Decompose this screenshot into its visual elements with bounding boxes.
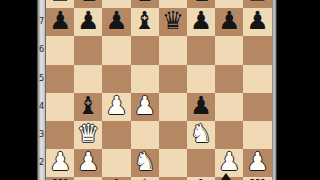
- square-h7[interactable]: ♟: [243, 8, 271, 36]
- square-c2[interactable]: [102, 149, 130, 177]
- square-b4[interactable]: ♝: [74, 93, 102, 121]
- square-e5[interactable]: [159, 65, 187, 93]
- white-knight[interactable]: ♞: [190, 120, 212, 148]
- square-c1[interactable]: ♝: [102, 177, 130, 180]
- square-a3[interactable]: [46, 121, 74, 149]
- black-pawn[interactable]: ♟: [190, 7, 212, 35]
- square-f3[interactable]: ♞: [187, 121, 215, 149]
- square-e3[interactable]: [159, 121, 187, 149]
- rank-label-5: 5: [38, 65, 45, 93]
- white-king[interactable]: ♚: [133, 176, 155, 180]
- rank-coordinate-strip: 87654321: [37, 0, 46, 180]
- square-d4[interactable]: ♟: [131, 93, 159, 121]
- square-d7[interactable]: ♝: [131, 8, 159, 36]
- black-bishop[interactable]: ♝: [133, 7, 155, 35]
- square-g4[interactable]: [215, 93, 243, 121]
- square-a5[interactable]: [46, 65, 74, 93]
- white-bishop[interactable]: ♝: [190, 176, 212, 180]
- rank-label-8: 8: [38, 0, 45, 8]
- black-rook[interactable]: ♜: [49, 0, 71, 7]
- white-rook[interactable]: ♜: [246, 176, 268, 180]
- screenshot-stage: ♜♞♚♞♜♟♟♟♝♛♟♟♟♝♟♟♟♛♞♟♟♞♟♟♜♝♚♝♜ 87654321: [0, 0, 320, 180]
- square-h8[interactable]: ♜: [243, 0, 271, 8]
- white-pawn[interactable]: ♟: [77, 148, 99, 176]
- square-f4[interactable]: ♟: [187, 93, 215, 121]
- square-e1[interactable]: [159, 177, 187, 180]
- square-a1[interactable]: ♜: [46, 177, 74, 180]
- square-g5[interactable]: [215, 65, 243, 93]
- black-king[interactable]: ♚: [133, 0, 155, 7]
- square-a6[interactable]: [46, 36, 74, 64]
- black-knight[interactable]: ♞: [77, 0, 99, 7]
- square-f1[interactable]: ♝: [187, 177, 215, 180]
- square-e8[interactable]: [159, 0, 187, 8]
- square-h6[interactable]: [243, 36, 271, 64]
- black-pawn[interactable]: ♟: [246, 7, 268, 35]
- right-border-strip: [272, 0, 277, 180]
- rank-label-6: 6: [38, 36, 45, 64]
- rank-label-4: 4: [38, 93, 45, 121]
- square-a4[interactable]: [46, 93, 74, 121]
- square-b3[interactable]: ♛: [74, 121, 102, 149]
- square-b1[interactable]: [74, 177, 102, 180]
- white-knight[interactable]: ♞: [133, 148, 155, 176]
- square-e4[interactable]: [159, 93, 187, 121]
- white-pawn[interactable]: ♟: [133, 91, 155, 119]
- rank-label-2: 2: [38, 149, 45, 177]
- black-pawn[interactable]: ♟: [190, 91, 212, 119]
- square-b7[interactable]: ♟: [74, 8, 102, 36]
- square-f7[interactable]: ♟: [187, 8, 215, 36]
- cursor-artifact: [221, 173, 231, 180]
- square-c6[interactable]: [102, 36, 130, 64]
- white-pawn[interactable]: ♟: [246, 148, 268, 176]
- square-c4[interactable]: ♟: [102, 93, 130, 121]
- black-pawn[interactable]: ♟: [77, 7, 99, 35]
- square-f6[interactable]: [187, 36, 215, 64]
- black-queen[interactable]: ♛: [162, 7, 184, 35]
- square-g8[interactable]: [215, 0, 243, 8]
- square-f8[interactable]: ♞: [187, 0, 215, 8]
- square-e2[interactable]: [159, 149, 187, 177]
- square-h2[interactable]: ♟: [243, 149, 271, 177]
- rank-label-1: 1: [38, 177, 45, 180]
- square-c7[interactable]: ♟: [102, 8, 130, 36]
- black-knight[interactable]: ♞: [190, 0, 212, 7]
- white-bishop[interactable]: ♝: [105, 176, 127, 180]
- square-f2[interactable]: [187, 149, 215, 177]
- square-g3[interactable]: [215, 121, 243, 149]
- square-e6[interactable]: [159, 36, 187, 64]
- square-h3[interactable]: [243, 121, 271, 149]
- square-e7[interactable]: ♛: [159, 8, 187, 36]
- square-d8[interactable]: ♚: [131, 0, 159, 8]
- square-h1[interactable]: ♜: [243, 177, 271, 180]
- square-g7[interactable]: ♟: [215, 8, 243, 36]
- square-b2[interactable]: ♟: [74, 149, 102, 177]
- black-rook[interactable]: ♜: [246, 0, 268, 7]
- square-g6[interactable]: [215, 36, 243, 64]
- square-d2[interactable]: ♞: [131, 149, 159, 177]
- white-pawn[interactable]: ♟: [218, 148, 240, 176]
- square-a8[interactable]: ♜: [46, 0, 74, 8]
- square-d3[interactable]: [131, 121, 159, 149]
- square-b8[interactable]: ♞: [74, 0, 102, 8]
- square-b5[interactable]: [74, 65, 102, 93]
- square-c5[interactable]: [102, 65, 130, 93]
- square-c3[interactable]: [102, 121, 130, 149]
- square-f5[interactable]: [187, 65, 215, 93]
- square-a2[interactable]: ♟: [46, 149, 74, 177]
- white-queen[interactable]: ♛: [77, 120, 99, 148]
- square-b6[interactable]: [74, 36, 102, 64]
- white-rook[interactable]: ♜: [49, 176, 71, 180]
- square-d5[interactable]: [131, 65, 159, 93]
- square-c8[interactable]: [102, 0, 130, 8]
- white-pawn[interactable]: ♟: [49, 148, 71, 176]
- rank-label-3: 3: [38, 121, 45, 149]
- square-d1[interactable]: ♚: [131, 177, 159, 180]
- square-d6[interactable]: [131, 36, 159, 64]
- black-bishop[interactable]: ♝: [77, 91, 99, 119]
- black-pawn[interactable]: ♟: [49, 7, 71, 35]
- square-h5[interactable]: [243, 65, 271, 93]
- square-h4[interactable]: [243, 93, 271, 121]
- square-a7[interactable]: ♟: [46, 8, 74, 36]
- rank-label-7: 7: [38, 8, 45, 36]
- white-pawn[interactable]: ♟: [105, 91, 127, 119]
- chess-board: ♜♞♚♞♜♟♟♟♝♛♟♟♟♝♟♟♟♛♞♟♟♞♟♟♜♝♚♝♜: [46, 0, 272, 180]
- black-pawn[interactable]: ♟: [105, 7, 127, 35]
- black-pawn[interactable]: ♟: [218, 7, 240, 35]
